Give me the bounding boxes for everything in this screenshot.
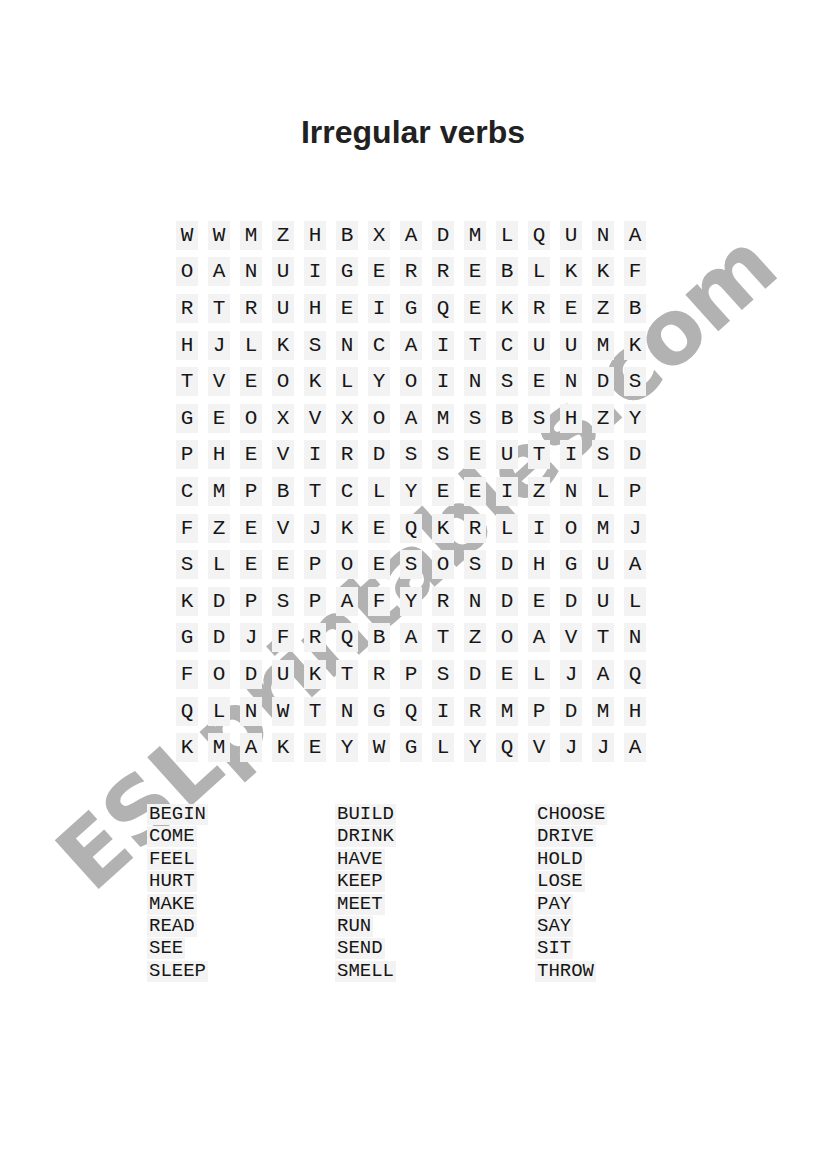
grid-letter: S — [592, 440, 615, 469]
grid-letter: M — [496, 697, 519, 726]
word-list-item: SAY — [535, 916, 607, 938]
grid-cell: Z — [523, 473, 555, 510]
grid-letter: D — [496, 550, 519, 579]
grid-letter: U — [272, 660, 295, 689]
grid-cell: O — [267, 363, 299, 400]
grid-cell: A — [395, 620, 427, 657]
grid-letter: Z — [272, 221, 295, 250]
grid-cell: G — [555, 546, 587, 583]
grid-letter: P — [624, 477, 647, 506]
grid-cell: S — [619, 363, 651, 400]
grid-cell: G — [395, 290, 427, 327]
grid-cell: D — [587, 363, 619, 400]
grid-cell: L — [523, 254, 555, 291]
grid-cell: Q — [171, 693, 203, 730]
grid-cell: F — [267, 620, 299, 657]
grid-cell: E — [235, 363, 267, 400]
grid-cell: I — [427, 693, 459, 730]
grid-letter: U — [592, 550, 615, 579]
grid-cell: Q — [491, 729, 523, 766]
grid-cell: G — [171, 400, 203, 437]
grid-cell: D — [555, 693, 587, 730]
grid-letter: R — [528, 294, 551, 323]
grid-letter: P — [304, 550, 327, 579]
grid-letter: D — [592, 367, 615, 396]
word-label: SEE — [147, 938, 185, 959]
grid-letter: K — [176, 587, 199, 616]
grid-letter: B — [272, 477, 295, 506]
grid-cell: D — [363, 437, 395, 474]
grid-cell: J — [203, 327, 235, 364]
grid-letter: B — [368, 623, 391, 652]
grid-cell: E — [523, 583, 555, 620]
grid-cell: Y — [395, 583, 427, 620]
grid-letter: E — [464, 257, 487, 286]
grid-letter: E — [240, 550, 263, 579]
grid-cell: A — [619, 217, 651, 254]
grid-cell: G — [395, 729, 427, 766]
grid-letter: J — [592, 733, 615, 762]
grid-cell: O — [363, 400, 395, 437]
grid-letter: D — [432, 221, 455, 250]
grid-letter: U — [560, 221, 583, 250]
grid-cell: E — [331, 290, 363, 327]
grid-cell: B — [331, 217, 363, 254]
grid-letter: O — [368, 404, 391, 433]
grid-letter: A — [336, 587, 359, 616]
grid-letter: J — [208, 331, 231, 360]
grid-cell: A — [331, 583, 363, 620]
grid-letter: A — [400, 221, 423, 250]
grid-cell: F — [171, 510, 203, 547]
grid-letter: O — [560, 514, 583, 543]
grid-cell: I — [299, 254, 331, 291]
word-label: FEEL — [147, 849, 197, 870]
grid-letter: X — [368, 221, 391, 250]
grid-letter: B — [624, 294, 647, 323]
grid-letter: V — [304, 404, 327, 433]
grid-letter: E — [336, 294, 359, 323]
grid-letter: O — [208, 660, 231, 689]
grid-letter: Q — [336, 623, 359, 652]
grid-letter: U — [528, 331, 551, 360]
grid-cell: S — [459, 400, 491, 437]
grid-cell: O — [427, 546, 459, 583]
grid-letter: I — [432, 697, 455, 726]
grid-cell: E — [363, 546, 395, 583]
grid-cell: X — [267, 400, 299, 437]
grid-cell: Q — [395, 510, 427, 547]
grid-letter: M — [464, 221, 487, 250]
grid-cell: N — [331, 693, 363, 730]
word-label: PAY — [535, 894, 573, 915]
grid-cell: L — [235, 327, 267, 364]
grid-letter: R — [432, 257, 455, 286]
grid-letter: Q — [496, 733, 519, 762]
grid-cell: E — [459, 473, 491, 510]
grid-letter: N — [592, 221, 615, 250]
grid-cell: L — [587, 473, 619, 510]
grid-cell: L — [427, 729, 459, 766]
grid-cell: U — [267, 290, 299, 327]
grid-letter: E — [464, 477, 487, 506]
word-label: LOSE — [535, 871, 585, 892]
grid-cell: W — [203, 217, 235, 254]
grid-letter: K — [304, 367, 327, 396]
grid-letter: C — [368, 331, 391, 360]
word-label: SMELL — [335, 961, 396, 982]
grid-cell: S — [459, 546, 491, 583]
grid-cell: U — [587, 546, 619, 583]
grid-cell: K — [299, 363, 331, 400]
grid-cell: R — [235, 290, 267, 327]
grid-letter: R — [240, 294, 263, 323]
grid-letter: W — [368, 733, 391, 762]
grid-cell: M — [459, 217, 491, 254]
grid-cell: L — [331, 363, 363, 400]
grid-letter: L — [496, 221, 519, 250]
grid-cell: H — [203, 437, 235, 474]
grid-letter: P — [304, 587, 327, 616]
grid-letter: Z — [528, 477, 551, 506]
word-list-item: BUILD — [335, 804, 396, 826]
grid-cell: J — [555, 656, 587, 693]
grid-cell: Z — [587, 400, 619, 437]
word-label: MEET — [335, 894, 385, 915]
grid-letter: A — [400, 404, 423, 433]
word-list-item: SIT — [535, 938, 607, 960]
grid-cell: M — [203, 473, 235, 510]
grid-letter: Q — [528, 221, 551, 250]
grid-letter: L — [240, 331, 263, 360]
grid-letter: D — [240, 660, 263, 689]
grid-letter: T — [304, 477, 327, 506]
grid-letter: S — [176, 550, 199, 579]
grid-cell: A — [395, 327, 427, 364]
grid-cell: E — [267, 546, 299, 583]
grid-cell: P — [523, 693, 555, 730]
grid-letter: D — [496, 587, 519, 616]
grid-letter: W — [272, 697, 295, 726]
grid-cell: E — [299, 729, 331, 766]
grid-letter: E — [240, 514, 263, 543]
word-label: BUILD — [335, 804, 396, 825]
grid-cell: R — [171, 290, 203, 327]
grid-letter: R — [336, 440, 359, 469]
word-label: DRIVE — [535, 826, 596, 847]
grid-letter: Y — [624, 404, 647, 433]
grid-cell: Q — [395, 693, 427, 730]
grid-cell: K — [587, 254, 619, 291]
grid-cell: Y — [395, 473, 427, 510]
grid-letter: S — [464, 404, 487, 433]
grid-letter: K — [496, 294, 519, 323]
grid-letter: K — [592, 257, 615, 286]
grid-letter: L — [368, 477, 391, 506]
grid-cell: M — [587, 693, 619, 730]
grid-letter: C — [176, 477, 199, 506]
grid-cell: R — [395, 254, 427, 291]
grid-cell: Q — [331, 620, 363, 657]
grid-letter: I — [432, 331, 455, 360]
word-list-item: SEE — [147, 938, 208, 960]
grid-letter: D — [624, 440, 647, 469]
grid-cell: U — [555, 217, 587, 254]
grid-cell: E — [235, 510, 267, 547]
grid-cell: I — [555, 437, 587, 474]
grid-letter: N — [464, 367, 487, 396]
grid-cell: S — [395, 546, 427, 583]
grid-cell: A — [619, 729, 651, 766]
grid-letter: F — [176, 514, 199, 543]
grid-letter: G — [560, 550, 583, 579]
grid-cell: W — [363, 729, 395, 766]
grid-letter: T — [336, 660, 359, 689]
grid-cell: V — [203, 363, 235, 400]
grid-cell: R — [523, 290, 555, 327]
grid-cell: I — [363, 290, 395, 327]
grid-cell: H — [619, 693, 651, 730]
grid-cell: O — [171, 254, 203, 291]
grid-cell: I — [427, 363, 459, 400]
grid-letter: D — [208, 587, 231, 616]
grid-letter: Q — [624, 660, 647, 689]
grid-cell: J — [299, 510, 331, 547]
grid-letter: G — [336, 257, 359, 286]
grid-cell: J — [587, 729, 619, 766]
grid-cell: A — [235, 729, 267, 766]
grid-cell: Q — [523, 217, 555, 254]
grid-letter: S — [272, 587, 295, 616]
grid-cell: W — [171, 217, 203, 254]
grid-cell: Q — [619, 656, 651, 693]
grid-letter: W — [208, 221, 231, 250]
word-list-item: SEND — [335, 938, 396, 960]
grid-cell: E — [459, 437, 491, 474]
grid-letter: C — [336, 477, 359, 506]
grid-letter: T — [592, 623, 615, 652]
grid-letter: F — [368, 587, 391, 616]
word-list-item: DRIVE — [535, 826, 607, 848]
grid-cell: T — [427, 620, 459, 657]
grid-letter: C — [496, 331, 519, 360]
grid-cell: D — [491, 583, 523, 620]
grid-cell: X — [331, 400, 363, 437]
grid-letter: R — [368, 660, 391, 689]
grid-cell: U — [555, 327, 587, 364]
word-list-item: HURT — [147, 871, 208, 893]
grid-cell: E — [459, 254, 491, 291]
grid-letter: G — [176, 623, 199, 652]
word-label: SIT — [535, 938, 573, 959]
grid-cell: K — [267, 327, 299, 364]
grid-cell: A — [395, 400, 427, 437]
grid-cell: G — [363, 693, 395, 730]
grid-cell: S — [427, 656, 459, 693]
grid-letter: S — [400, 550, 423, 579]
grid-cell: F — [619, 254, 651, 291]
grid-cell: M — [427, 400, 459, 437]
grid-letter: D — [560, 587, 583, 616]
grid-cell: R — [459, 510, 491, 547]
grid-letter: F — [176, 660, 199, 689]
grid-letter: E — [272, 550, 295, 579]
grid-cell: M — [587, 510, 619, 547]
word-list-item: CHOOSE — [535, 804, 607, 826]
grid-letter: I — [432, 367, 455, 396]
grid-cell: G — [171, 620, 203, 657]
grid-letter: S — [432, 440, 455, 469]
grid-letter: G — [176, 404, 199, 433]
grid-cell: C — [171, 473, 203, 510]
word-label: HURT — [147, 871, 197, 892]
grid-cell: N — [331, 327, 363, 364]
grid-letter: I — [496, 477, 519, 506]
grid-letter: A — [624, 221, 647, 250]
grid-cell: T — [203, 290, 235, 327]
word-label: SEND — [335, 938, 385, 959]
grid-cell: O — [555, 510, 587, 547]
grid-cell: Y — [459, 729, 491, 766]
worksheet-page: ESLprintables.com Irregular verbs WWMZHB… — [0, 0, 826, 1169]
grid-cell: D — [203, 583, 235, 620]
grid-cell: E — [235, 437, 267, 474]
grid-cell: R — [363, 656, 395, 693]
grid-letter: Z — [592, 404, 615, 433]
grid-letter: Y — [400, 587, 423, 616]
grid-letter: Z — [464, 623, 487, 652]
grid-cell: A — [587, 656, 619, 693]
grid-letter: V — [272, 440, 295, 469]
grid-cell: H — [523, 546, 555, 583]
grid-letter: E — [560, 294, 583, 323]
grid-letter: D — [560, 697, 583, 726]
grid-letter: Y — [400, 477, 423, 506]
grid-letter: K — [336, 514, 359, 543]
grid-letter: E — [528, 367, 551, 396]
grid-cell: K — [555, 254, 587, 291]
grid-letter: M — [592, 697, 615, 726]
grid-letter: B — [496, 404, 519, 433]
grid-cell: O — [491, 620, 523, 657]
grid-cell: M — [235, 217, 267, 254]
grid-letter: Y — [464, 733, 487, 762]
word-label: MAKE — [147, 894, 197, 915]
grid-letter: X — [336, 404, 359, 433]
grid-cell: J — [235, 620, 267, 657]
grid-letter: E — [240, 367, 263, 396]
grid-letter: L — [208, 550, 231, 579]
grid-letter: M — [208, 733, 231, 762]
grid-cell: T — [299, 693, 331, 730]
grid-letter: I — [368, 294, 391, 323]
grid-letter: L — [208, 697, 231, 726]
grid-letter: B — [336, 221, 359, 250]
grid-cell: V — [299, 400, 331, 437]
word-list-item: SMELL — [335, 961, 396, 983]
grid-cell: T — [587, 620, 619, 657]
grid-letter: R — [400, 257, 423, 286]
grid-cell: K — [427, 510, 459, 547]
grid-cell: N — [459, 363, 491, 400]
grid-letter: P — [240, 477, 263, 506]
grid-cell: Z — [587, 290, 619, 327]
grid-cell: B — [619, 290, 651, 327]
grid-letter: L — [528, 660, 551, 689]
grid-cell: P — [395, 656, 427, 693]
grid-cell: K — [619, 327, 651, 364]
grid-letter: D — [368, 440, 391, 469]
word-label: HOLD — [535, 849, 585, 870]
grid-cell: U — [523, 327, 555, 364]
grid-cell: B — [267, 473, 299, 510]
grid-cell: E — [363, 510, 395, 547]
grid-letter: P — [176, 440, 199, 469]
grid-letter: K — [624, 331, 647, 360]
grid-cell: I — [427, 327, 459, 364]
grid-cell: O — [395, 363, 427, 400]
word-list-column: CHOOSEDRIVEHOLDLOSEPAYSAYSITTHROW — [535, 804, 607, 983]
grid-letter: K — [304, 660, 327, 689]
grid-letter: T — [304, 697, 327, 726]
grid-letter: I — [304, 440, 327, 469]
grid-letter: I — [304, 257, 327, 286]
grid-cell: P — [235, 473, 267, 510]
grid-letter: O — [176, 257, 199, 286]
word-label: HAVE — [335, 849, 385, 870]
grid-cell: K — [491, 290, 523, 327]
grid-cell: D — [459, 656, 491, 693]
grid-letter: G — [368, 697, 391, 726]
grid-letter: V — [272, 514, 295, 543]
grid-cell: V — [267, 437, 299, 474]
grid-cell: T — [459, 327, 491, 364]
grid-letter: O — [336, 550, 359, 579]
grid-letter: N — [240, 257, 263, 286]
grid-letter: P — [240, 587, 263, 616]
grid-cell: C — [363, 327, 395, 364]
grid-letter: O — [240, 404, 263, 433]
grid-cell: D — [427, 217, 459, 254]
grid-cell: E — [459, 290, 491, 327]
grid-cell: H — [555, 400, 587, 437]
grid-cell: F — [171, 656, 203, 693]
grid-letter: U — [272, 294, 295, 323]
grid-cell: R — [427, 254, 459, 291]
grid-cell: B — [491, 254, 523, 291]
grid-letter: L — [336, 367, 359, 396]
grid-cell: E — [363, 254, 395, 291]
grid-letter: S — [528, 404, 551, 433]
grid-letter: D — [464, 660, 487, 689]
grid-letter: Y — [368, 367, 391, 396]
grid-letter: E — [304, 733, 327, 762]
word-list-item: THROW — [535, 961, 607, 983]
grid-cell: T — [299, 473, 331, 510]
grid-letter: I — [560, 440, 583, 469]
grid-letter: L — [624, 587, 647, 616]
grid-cell: L — [203, 693, 235, 730]
word-list-item: PAY — [535, 894, 607, 916]
grid-cell: X — [363, 217, 395, 254]
grid-letter: R — [304, 623, 327, 652]
word-list-item: SLEEP — [147, 961, 208, 983]
grid-cell: R — [299, 620, 331, 657]
grid-letter: H — [304, 294, 327, 323]
grid-letter: E — [240, 440, 263, 469]
grid-letter: K — [272, 733, 295, 762]
grid-letter: V — [528, 733, 551, 762]
